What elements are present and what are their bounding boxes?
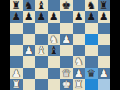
square-d3[interactable] bbox=[48, 56, 61, 67]
square-f1[interactable]: ♜ bbox=[73, 79, 86, 90]
square-h8[interactable]: ♜ bbox=[98, 0, 111, 11]
black-bishop[interactable]: ♝ bbox=[37, 0, 46, 11]
square-c4[interactable]: ♝ bbox=[35, 45, 48, 56]
white-queen[interactable]: ♛ bbox=[62, 68, 71, 79]
square-e8[interactable]: ♚ bbox=[60, 0, 73, 11]
square-g5[interactable] bbox=[85, 34, 98, 45]
square-b5[interactable] bbox=[23, 34, 36, 45]
square-g4[interactable] bbox=[85, 45, 98, 56]
white-pawn[interactable]: ♟ bbox=[24, 45, 33, 56]
square-f4[interactable] bbox=[73, 45, 86, 56]
square-e1[interactable]: ♚ bbox=[60, 79, 73, 90]
white-pawn[interactable]: ♟ bbox=[62, 34, 71, 45]
square-e6[interactable] bbox=[60, 23, 73, 34]
white-pawn[interactable]: ♟ bbox=[99, 68, 108, 79]
square-g8[interactable]: ♞ bbox=[85, 0, 98, 11]
square-c1[interactable] bbox=[35, 79, 48, 90]
square-g1[interactable] bbox=[85, 79, 98, 90]
square-h4[interactable] bbox=[98, 45, 111, 56]
square-a8[interactable]: ♜ bbox=[10, 0, 23, 11]
black-knight[interactable]: ♞ bbox=[24, 0, 33, 11]
white-knight[interactable]: ♞ bbox=[49, 34, 58, 45]
square-g7[interactable]: ♟ bbox=[85, 11, 98, 22]
square-f2[interactable]: ♟ bbox=[73, 68, 86, 79]
square-a6[interactable] bbox=[10, 23, 23, 34]
black-pawn[interactable]: ♟ bbox=[99, 11, 108, 22]
square-b3[interactable] bbox=[23, 56, 36, 67]
square-c7[interactable]: ♟ bbox=[35, 11, 48, 22]
square-f6[interactable] bbox=[73, 23, 86, 34]
square-e4[interactable] bbox=[60, 45, 73, 56]
square-d1[interactable] bbox=[48, 79, 61, 90]
square-g2[interactable]: ♛ bbox=[85, 68, 98, 79]
square-c5[interactable] bbox=[35, 34, 48, 45]
black-bishop[interactable]: ♝ bbox=[49, 45, 58, 56]
square-c6[interactable] bbox=[35, 23, 48, 34]
square-d5[interactable]: ♞ bbox=[48, 34, 61, 45]
square-b8[interactable]: ♞ bbox=[23, 0, 36, 11]
square-f3[interactable]: ♞ bbox=[73, 56, 86, 67]
square-e7[interactable] bbox=[60, 11, 73, 22]
black-queen[interactable]: ♛ bbox=[87, 68, 96, 79]
square-b2[interactable] bbox=[23, 68, 36, 79]
square-d4[interactable]: ♝ bbox=[48, 45, 61, 56]
square-a1[interactable]: ♜ bbox=[10, 79, 23, 90]
white-knight[interactable]: ♞ bbox=[74, 56, 83, 67]
white-rook[interactable]: ♜ bbox=[74, 79, 83, 90]
square-a5[interactable] bbox=[10, 34, 23, 45]
white-pawn[interactable]: ♟ bbox=[74, 68, 83, 79]
square-f8[interactable] bbox=[73, 0, 86, 11]
chess-board[interactable]: ♜♞♝♚♞♜♟♟♟♟♟♟♟♞♟♟♝♝♞♟♛♟♛♟♜♚♜ bbox=[10, 0, 110, 90]
black-pawn[interactable]: ♟ bbox=[87, 11, 96, 22]
square-h2[interactable]: ♟ bbox=[98, 68, 111, 79]
black-pawn[interactable]: ♟ bbox=[74, 11, 83, 22]
square-f7[interactable]: ♟ bbox=[73, 11, 86, 22]
square-d2[interactable] bbox=[48, 68, 61, 79]
square-a7[interactable]: ♟ bbox=[10, 11, 23, 22]
black-rook[interactable]: ♜ bbox=[12, 0, 21, 11]
square-g6[interactable] bbox=[85, 23, 98, 34]
square-c2[interactable] bbox=[35, 68, 48, 79]
white-rook[interactable]: ♜ bbox=[12, 79, 21, 90]
black-knight[interactable]: ♞ bbox=[87, 0, 96, 11]
black-king[interactable]: ♚ bbox=[62, 0, 71, 11]
square-c8[interactable]: ♝ bbox=[35, 0, 48, 11]
square-h1[interactable] bbox=[98, 79, 111, 90]
white-bishop[interactable]: ♝ bbox=[37, 45, 46, 56]
square-c3[interactable] bbox=[35, 56, 48, 67]
pillarbox-left bbox=[0, 0, 10, 90]
black-pawn[interactable]: ♟ bbox=[49, 11, 58, 22]
square-g3[interactable] bbox=[85, 56, 98, 67]
square-f5[interactable] bbox=[73, 34, 86, 45]
black-pawn[interactable]: ♟ bbox=[37, 11, 46, 22]
square-d8[interactable] bbox=[48, 0, 61, 11]
black-rook[interactable]: ♜ bbox=[99, 0, 108, 11]
square-b4[interactable]: ♟ bbox=[23, 45, 36, 56]
square-e5[interactable]: ♟ bbox=[60, 34, 73, 45]
square-a2[interactable]: ♟ bbox=[10, 68, 23, 79]
black-pawn[interactable]: ♟ bbox=[24, 11, 33, 22]
square-h7[interactable]: ♟ bbox=[98, 11, 111, 22]
white-pawn[interactable]: ♟ bbox=[12, 68, 21, 79]
square-d7[interactable]: ♟ bbox=[48, 11, 61, 22]
square-h3[interactable] bbox=[98, 56, 111, 67]
black-pawn[interactable]: ♟ bbox=[12, 11, 21, 22]
square-b7[interactable]: ♟ bbox=[23, 11, 36, 22]
square-a3[interactable] bbox=[10, 56, 23, 67]
white-king[interactable]: ♚ bbox=[62, 79, 71, 90]
pillarbox-right bbox=[110, 0, 120, 90]
square-e3[interactable] bbox=[60, 56, 73, 67]
square-d6[interactable] bbox=[48, 23, 61, 34]
square-b1[interactable] bbox=[23, 79, 36, 90]
square-a4[interactable] bbox=[10, 45, 23, 56]
square-e2[interactable]: ♛ bbox=[60, 68, 73, 79]
square-h5[interactable] bbox=[98, 34, 111, 45]
chess-thumbnail-canvas: ♜♞♝♚♞♜♟♟♟♟♟♟♟♞♟♟♝♝♞♟♛♟♛♟♜♚♜ bbox=[0, 0, 120, 90]
square-h6[interactable] bbox=[98, 23, 111, 34]
square-b6[interactable] bbox=[23, 23, 36, 34]
